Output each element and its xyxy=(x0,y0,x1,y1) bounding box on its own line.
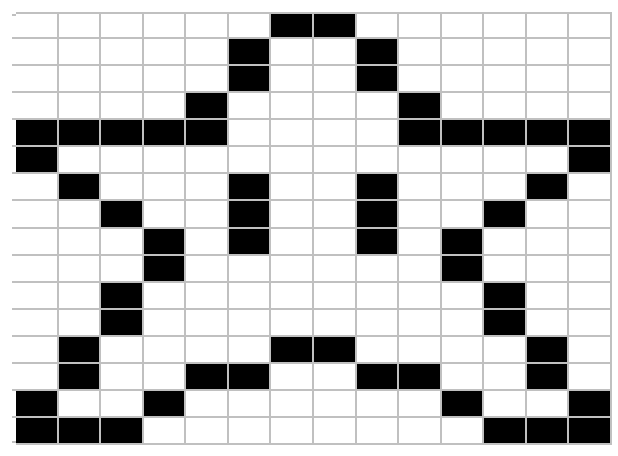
cell-r1-c5-filled[interactable] xyxy=(229,39,272,66)
cell-r12-c8-empty[interactable] xyxy=(357,337,400,364)
cell-r14-c2-empty[interactable] xyxy=(101,391,144,418)
cell-r9-c1-empty[interactable] xyxy=(59,256,102,283)
cell-r9-c9-empty[interactable] xyxy=(399,256,442,283)
cell-r3-c2-empty[interactable] xyxy=(101,93,144,120)
cell-r6-c3-empty[interactable] xyxy=(144,174,187,201)
cell-r13-c4-filled[interactable] xyxy=(186,364,229,391)
cell-r0-c13-empty[interactable] xyxy=(569,12,612,39)
cell-r6-c10-empty[interactable] xyxy=(442,174,485,201)
cell-r15-c1-filled[interactable] xyxy=(59,418,102,445)
cell-r7-c4-empty[interactable] xyxy=(186,201,229,228)
cell-r11-c8-empty[interactable] xyxy=(357,310,400,337)
cell-r8-c1-empty[interactable] xyxy=(59,229,102,256)
cell-r3-c5-empty[interactable] xyxy=(229,93,272,120)
cell-r15-c3-empty[interactable] xyxy=(144,418,187,445)
cell-r14-c5-empty[interactable] xyxy=(229,391,272,418)
cell-r1-c1-empty[interactable] xyxy=(59,39,102,66)
cell-r15-c10-empty[interactable] xyxy=(442,418,485,445)
cell-r9-c13-empty[interactable] xyxy=(569,256,612,283)
cell-r0-c3-empty[interactable] xyxy=(144,12,187,39)
cell-r0-c8-empty[interactable] xyxy=(357,12,400,39)
cell-r12-c12-filled[interactable] xyxy=(527,337,570,364)
cell-r12-c9-empty[interactable] xyxy=(399,337,442,364)
cell-r2-c6-empty[interactable] xyxy=(271,66,314,93)
cell-r6-c2-empty[interactable] xyxy=(101,174,144,201)
cell-r1-c9-empty[interactable] xyxy=(399,39,442,66)
cell-r3-c7-empty[interactable] xyxy=(314,93,357,120)
cell-r6-c6-empty[interactable] xyxy=(271,174,314,201)
cell-r13-c9-filled[interactable] xyxy=(399,364,442,391)
cell-r9-c5-empty[interactable] xyxy=(229,256,272,283)
cell-r2-c1-empty[interactable] xyxy=(59,66,102,93)
cell-r8-c0-empty[interactable] xyxy=(16,229,59,256)
cell-r13-c10-empty[interactable] xyxy=(442,364,485,391)
cell-r15-c0-filled[interactable] xyxy=(16,418,59,445)
cell-r9-c6-empty[interactable] xyxy=(271,256,314,283)
cell-r7-c2-filled[interactable] xyxy=(101,201,144,228)
cell-r11-c10-empty[interactable] xyxy=(442,310,485,337)
cell-r4-c8-empty[interactable] xyxy=(357,120,400,147)
cell-r10-c8-empty[interactable] xyxy=(357,283,400,310)
cell-r5-c11-empty[interactable] xyxy=(484,147,527,174)
cell-r2-c11-empty[interactable] xyxy=(484,66,527,93)
cell-r13-c12-filled[interactable] xyxy=(527,364,570,391)
cell-r7-c0-empty[interactable] xyxy=(16,201,59,228)
cell-r10-c12-empty[interactable] xyxy=(527,283,570,310)
cell-r5-c0-filled[interactable] xyxy=(16,147,59,174)
cell-r0-c9-empty[interactable] xyxy=(399,12,442,39)
cell-r8-c3-filled[interactable] xyxy=(144,229,187,256)
cell-r11-c4-empty[interactable] xyxy=(186,310,229,337)
cell-r8-c11-empty[interactable] xyxy=(484,229,527,256)
cell-r6-c7-empty[interactable] xyxy=(314,174,357,201)
cell-r0-c4-empty[interactable] xyxy=(186,12,229,39)
cell-r2-c4-empty[interactable] xyxy=(186,66,229,93)
cell-r10-c4-empty[interactable] xyxy=(186,283,229,310)
cell-r15-c7-empty[interactable] xyxy=(314,418,357,445)
cell-r4-c7-empty[interactable] xyxy=(314,120,357,147)
cell-r6-c4-empty[interactable] xyxy=(186,174,229,201)
cell-r8-c8-filled[interactable] xyxy=(357,229,400,256)
cell-r10-c10-empty[interactable] xyxy=(442,283,485,310)
cell-r14-c10-filled[interactable] xyxy=(442,391,485,418)
cell-r2-c0-empty[interactable] xyxy=(16,66,59,93)
cell-r15-c13-filled[interactable] xyxy=(569,418,612,445)
cell-r7-c1-empty[interactable] xyxy=(59,201,102,228)
cell-r1-c11-empty[interactable] xyxy=(484,39,527,66)
cell-r5-c4-empty[interactable] xyxy=(186,147,229,174)
cell-r4-c2-filled[interactable] xyxy=(101,120,144,147)
cell-r6-c11-empty[interactable] xyxy=(484,174,527,201)
cell-r10-c5-empty[interactable] xyxy=(229,283,272,310)
cell-r3-c12-empty[interactable] xyxy=(527,93,570,120)
cell-r6-c13-empty[interactable] xyxy=(569,174,612,201)
cell-r4-c12-filled[interactable] xyxy=(527,120,570,147)
cell-r12-c1-filled[interactable] xyxy=(59,337,102,364)
cell-r2-c10-empty[interactable] xyxy=(442,66,485,93)
cell-r1-c3-empty[interactable] xyxy=(144,39,187,66)
cell-r12-c7-filled[interactable] xyxy=(314,337,357,364)
cell-r9-c10-filled[interactable] xyxy=(442,256,485,283)
cell-r10-c13-empty[interactable] xyxy=(569,283,612,310)
cell-r14-c4-empty[interactable] xyxy=(186,391,229,418)
cell-r7-c11-filled[interactable] xyxy=(484,201,527,228)
cell-r0-c6-filled[interactable] xyxy=(271,12,314,39)
cell-r11-c0-empty[interactable] xyxy=(16,310,59,337)
cell-r15-c5-empty[interactable] xyxy=(229,418,272,445)
cell-r1-c7-empty[interactable] xyxy=(314,39,357,66)
cell-r4-c0-filled[interactable] xyxy=(16,120,59,147)
cell-r3-c13-empty[interactable] xyxy=(569,93,612,120)
cell-r6-c8-filled[interactable] xyxy=(357,174,400,201)
cell-r12-c5-empty[interactable] xyxy=(229,337,272,364)
cell-r15-c9-empty[interactable] xyxy=(399,418,442,445)
cell-r7-c12-empty[interactable] xyxy=(527,201,570,228)
cell-r2-c2-empty[interactable] xyxy=(101,66,144,93)
cell-r7-c3-empty[interactable] xyxy=(144,201,187,228)
cell-r1-c8-filled[interactable] xyxy=(357,39,400,66)
cell-r9-c4-empty[interactable] xyxy=(186,256,229,283)
cell-r7-c10-empty[interactable] xyxy=(442,201,485,228)
cell-r2-c13-empty[interactable] xyxy=(569,66,612,93)
cell-r12-c0-empty[interactable] xyxy=(16,337,59,364)
cell-r5-c5-empty[interactable] xyxy=(229,147,272,174)
cell-r10-c11-filled[interactable] xyxy=(484,283,527,310)
cell-r3-c9-filled[interactable] xyxy=(399,93,442,120)
cell-r14-c7-empty[interactable] xyxy=(314,391,357,418)
cell-r13-c6-empty[interactable] xyxy=(271,364,314,391)
cell-r1-c2-empty[interactable] xyxy=(101,39,144,66)
cell-r14-c6-empty[interactable] xyxy=(271,391,314,418)
cell-r3-c10-empty[interactable] xyxy=(442,93,485,120)
cell-r5-c8-empty[interactable] xyxy=(357,147,400,174)
cell-r10-c0-empty[interactable] xyxy=(16,283,59,310)
cell-r14-c3-filled[interactable] xyxy=(144,391,187,418)
cell-r14-c11-empty[interactable] xyxy=(484,391,527,418)
cell-r6-c12-filled[interactable] xyxy=(527,174,570,201)
cell-r5-c7-empty[interactable] xyxy=(314,147,357,174)
cell-r15-c8-empty[interactable] xyxy=(357,418,400,445)
cell-r9-c11-empty[interactable] xyxy=(484,256,527,283)
cell-r5-c6-empty[interactable] xyxy=(271,147,314,174)
pixel-grid xyxy=(16,12,612,445)
cell-r7-c7-empty[interactable] xyxy=(314,201,357,228)
cell-r4-c10-filled[interactable] xyxy=(442,120,485,147)
cell-r9-c12-empty[interactable] xyxy=(527,256,570,283)
cell-r7-c6-empty[interactable] xyxy=(271,201,314,228)
cell-r11-c3-empty[interactable] xyxy=(144,310,187,337)
cell-r9-c2-empty[interactable] xyxy=(101,256,144,283)
cell-r5-c12-empty[interactable] xyxy=(527,147,570,174)
cell-r15-c4-empty[interactable] xyxy=(186,418,229,445)
cell-r0-c7-filled[interactable] xyxy=(314,12,357,39)
cell-r0-c10-empty[interactable] xyxy=(442,12,485,39)
cell-r4-c4-filled[interactable] xyxy=(186,120,229,147)
cell-r5-c2-empty[interactable] xyxy=(101,147,144,174)
cell-r8-c7-empty[interactable] xyxy=(314,229,357,256)
cell-r0-c5-empty[interactable] xyxy=(229,12,272,39)
cell-r0-c2-empty[interactable] xyxy=(101,12,144,39)
cell-r5-c13-filled[interactable] xyxy=(569,147,612,174)
cell-r4-c11-filled[interactable] xyxy=(484,120,527,147)
cell-r15-c2-filled[interactable] xyxy=(101,418,144,445)
cell-r1-c6-empty[interactable] xyxy=(271,39,314,66)
cell-r5-c10-empty[interactable] xyxy=(442,147,485,174)
cell-r6-c0-empty[interactable] xyxy=(16,174,59,201)
cell-r10-c3-empty[interactable] xyxy=(144,283,187,310)
cell-r9-c8-empty[interactable] xyxy=(357,256,400,283)
cell-r11-c5-empty[interactable] xyxy=(229,310,272,337)
cell-r10-c7-empty[interactable] xyxy=(314,283,357,310)
cell-r2-c8-filled[interactable] xyxy=(357,66,400,93)
cell-r4-c13-filled[interactable] xyxy=(569,120,612,147)
cell-r14-c13-filled[interactable] xyxy=(569,391,612,418)
cell-r1-c13-empty[interactable] xyxy=(569,39,612,66)
cell-r4-c5-empty[interactable] xyxy=(229,120,272,147)
cell-r8-c6-empty[interactable] xyxy=(271,229,314,256)
cell-r10-c2-filled[interactable] xyxy=(101,283,144,310)
cell-r8-c4-empty[interactable] xyxy=(186,229,229,256)
cell-r13-c11-empty[interactable] xyxy=(484,364,527,391)
cell-r2-c5-filled[interactable] xyxy=(229,66,272,93)
cell-r11-c11-filled[interactable] xyxy=(484,310,527,337)
cell-r1-c0-empty[interactable] xyxy=(16,39,59,66)
cell-r11-c7-empty[interactable] xyxy=(314,310,357,337)
cell-r11-c9-empty[interactable] xyxy=(399,310,442,337)
cell-r2-c3-empty[interactable] xyxy=(144,66,187,93)
cell-r15-c12-filled[interactable] xyxy=(527,418,570,445)
cell-r13-c13-empty[interactable] xyxy=(569,364,612,391)
cell-r8-c13-empty[interactable] xyxy=(569,229,612,256)
cell-r7-c8-filled[interactable] xyxy=(357,201,400,228)
cell-r8-c5-filled[interactable] xyxy=(229,229,272,256)
cell-r4-c3-filled[interactable] xyxy=(144,120,187,147)
cell-r2-c9-empty[interactable] xyxy=(399,66,442,93)
cell-r13-c8-filled[interactable] xyxy=(357,364,400,391)
cell-r12-c2-empty[interactable] xyxy=(101,337,144,364)
cell-r13-c1-filled[interactable] xyxy=(59,364,102,391)
cell-r7-c9-empty[interactable] xyxy=(399,201,442,228)
cell-r5-c9-empty[interactable] xyxy=(399,147,442,174)
cell-r11-c13-empty[interactable] xyxy=(569,310,612,337)
cell-r13-c7-empty[interactable] xyxy=(314,364,357,391)
cell-r14-c12-empty[interactable] xyxy=(527,391,570,418)
cell-r13-c2-empty[interactable] xyxy=(101,364,144,391)
cell-r6-c9-empty[interactable] xyxy=(399,174,442,201)
cell-r6-c5-filled[interactable] xyxy=(229,174,272,201)
cell-r3-c6-empty[interactable] xyxy=(271,93,314,120)
cell-r8-c12-empty[interactable] xyxy=(527,229,570,256)
cell-r6-c1-filled[interactable] xyxy=(59,174,102,201)
cell-r0-c1-empty[interactable] xyxy=(59,12,102,39)
cell-r9-c7-empty[interactable] xyxy=(314,256,357,283)
cell-r12-c10-empty[interactable] xyxy=(442,337,485,364)
cell-r3-c8-empty[interactable] xyxy=(357,93,400,120)
pixel-art-screen xyxy=(0,0,618,456)
cell-r4-c9-filled[interactable] xyxy=(399,120,442,147)
cell-r8-c9-empty[interactable] xyxy=(399,229,442,256)
cell-r2-c7-empty[interactable] xyxy=(314,66,357,93)
cell-r5-c3-empty[interactable] xyxy=(144,147,187,174)
cell-r13-c0-empty[interactable] xyxy=(16,364,59,391)
cell-r3-c1-empty[interactable] xyxy=(59,93,102,120)
cell-r1-c4-empty[interactable] xyxy=(186,39,229,66)
cell-r10-c6-empty[interactable] xyxy=(271,283,314,310)
cell-r7-c13-empty[interactable] xyxy=(569,201,612,228)
cell-r11-c1-empty[interactable] xyxy=(59,310,102,337)
cell-r8-c10-filled[interactable] xyxy=(442,229,485,256)
cell-r11-c12-empty[interactable] xyxy=(527,310,570,337)
cell-r2-c12-empty[interactable] xyxy=(527,66,570,93)
cell-r10-c1-empty[interactable] xyxy=(59,283,102,310)
cell-r3-c4-filled[interactable] xyxy=(186,93,229,120)
cell-r13-c3-empty[interactable] xyxy=(144,364,187,391)
cell-r15-c11-filled[interactable] xyxy=(484,418,527,445)
cell-r9-c3-filled[interactable] xyxy=(144,256,187,283)
cell-r0-c0-empty[interactable] xyxy=(16,12,59,39)
cell-r12-c11-empty[interactable] xyxy=(484,337,527,364)
cell-r10-c9-empty[interactable] xyxy=(399,283,442,310)
cell-r7-c5-filled[interactable] xyxy=(229,201,272,228)
cell-r0-c12-empty[interactable] xyxy=(527,12,570,39)
cell-r4-c6-empty[interactable] xyxy=(271,120,314,147)
cell-r14-c0-filled[interactable] xyxy=(16,391,59,418)
cell-r9-c0-empty[interactable] xyxy=(16,256,59,283)
cell-r14-c1-empty[interactable] xyxy=(59,391,102,418)
cell-r8-c2-empty[interactable] xyxy=(101,229,144,256)
cell-r13-c5-filled[interactable] xyxy=(229,364,272,391)
cell-r3-c11-empty[interactable] xyxy=(484,93,527,120)
cell-r4-c1-filled[interactable] xyxy=(59,120,102,147)
cell-r11-c6-empty[interactable] xyxy=(271,310,314,337)
cell-r3-c0-empty[interactable] xyxy=(16,93,59,120)
cell-r12-c13-empty[interactable] xyxy=(569,337,612,364)
cell-r12-c3-empty[interactable] xyxy=(144,337,187,364)
cell-r1-c12-empty[interactable] xyxy=(527,39,570,66)
cell-r11-c2-filled[interactable] xyxy=(101,310,144,337)
cell-r12-c6-filled[interactable] xyxy=(271,337,314,364)
cell-r1-c10-empty[interactable] xyxy=(442,39,485,66)
cell-r5-c1-empty[interactable] xyxy=(59,147,102,174)
cell-r15-c6-empty[interactable] xyxy=(271,418,314,445)
cell-r0-c11-empty[interactable] xyxy=(484,12,527,39)
cell-r3-c3-empty[interactable] xyxy=(144,93,187,120)
cell-r14-c9-empty[interactable] xyxy=(399,391,442,418)
cell-r14-c8-empty[interactable] xyxy=(357,391,400,418)
cell-r12-c4-empty[interactable] xyxy=(186,337,229,364)
